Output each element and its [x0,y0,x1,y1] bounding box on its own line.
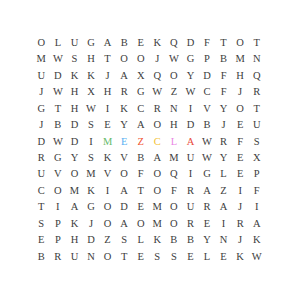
grid-cell-r1c8[interactable]: K [149,35,166,51]
grid-cell-r12c2[interactable]: P [50,216,67,232]
grid-cell-r10c1[interactable]: C [33,183,50,199]
grid-cell-r4c4[interactable]: X [83,84,100,100]
grid-cell-r13c2[interactable]: P [50,232,67,248]
grid-cell-r2c11[interactable]: P [199,51,216,67]
grid-cell-r7c8[interactable]: C [149,134,166,150]
grid-cell-r11c9[interactable]: O [166,199,183,215]
grid-cell-r2c8[interactable]: J [149,51,166,67]
grid-cell-r14c6[interactable]: T [116,249,133,265]
word-search-board: OLUGABEKQDFTOTMWSHTOOJWGPBMNUDKKJAXQOYDF… [33,35,265,265]
grid-cell-r3c8[interactable]: Q [149,68,166,84]
grid-cell-r3c6[interactable]: A [116,68,133,84]
grid-cell-r12c8[interactable]: M [149,216,166,232]
grid-cell-r3c11[interactable]: D [199,68,216,84]
grid-cell-r9c1[interactable]: U [33,166,50,182]
grid-cell-r12c1[interactable]: S [33,216,50,232]
grid-cell-r5c8[interactable]: R [149,101,166,117]
grid-cell-r7c9[interactable]: L [166,134,183,150]
grid-cell-r5c7[interactable]: C [132,101,149,117]
grid-cell-r5c6[interactable]: K [116,101,133,117]
grid-cell-r13c1[interactable]: E [33,232,50,248]
grid-cell-r11c11[interactable]: R [199,199,216,215]
grid-cell-r2c4[interactable]: H [83,51,100,67]
grid-cell-r8c11[interactable]: W [199,150,216,166]
grid-cell-r8c13[interactable]: E [232,150,249,166]
grid-cell-r5c9[interactable]: N [166,101,183,117]
grid-cell-r4c1[interactable]: J [33,84,50,100]
grid-cell-r2c10[interactable]: G [182,51,199,67]
grid-cell-r14c1[interactable]: B [33,249,50,265]
grid-cell-r10c12[interactable]: Z [215,183,232,199]
grid-cell-r1c12[interactable]: T [215,35,232,51]
grid-cell-r3c9[interactable]: O [166,68,183,84]
grid-cell-r14c12[interactable]: E [215,249,232,265]
grid-cell-r5c1[interactable]: G [33,101,50,117]
grid-cell-r14c2[interactable]: R [50,249,67,265]
grid-cell-r6c10[interactable]: D [182,117,199,133]
grid-cell-r13c8[interactable]: K [149,232,166,248]
grid-cell-r13c13[interactable]: J [232,232,249,248]
grid-cell-r12c10[interactable]: R [182,216,199,232]
grid-cell-r9c6[interactable]: O [116,166,133,182]
grid-cell-r11c8[interactable]: M [149,199,166,215]
grid-cell-r9c13[interactable]: E [232,166,249,182]
grid-cell-r9c11[interactable]: G [199,166,216,182]
grid-cell-r6c8[interactable]: O [149,117,166,133]
grid-cell-r2c9[interactable]: W [166,51,183,67]
grid-cell-r2c2[interactable]: W [50,51,67,67]
grid-cell-r1c11[interactable]: F [199,35,216,51]
grid-cell-r6c4[interactable]: S [83,117,100,133]
grid-cell-r9c2[interactable]: V [50,166,67,182]
grid-cell-r6c7[interactable]: A [132,117,149,133]
grid-cell-r4c14[interactable]: R [248,84,265,100]
grid-cell-r1c3[interactable]: U [66,35,83,51]
grid-cell-r14c14[interactable]: W [248,249,265,265]
grid-cell-r12c14[interactable]: A [248,216,265,232]
grid-cell-r7c7[interactable]: Z [132,134,149,150]
grid-cell-r10c9[interactable]: F [166,183,183,199]
grid-cell-r10c11[interactable]: A [199,183,216,199]
grid-cell-r7c10[interactable]: A [182,134,199,150]
grid-cell-r7c14[interactable]: S [248,134,265,150]
grid-cell-r14c13[interactable]: K [232,249,249,265]
grid-cell-r8c8[interactable]: A [149,150,166,166]
grid-cell-r10c14[interactable]: F [248,183,265,199]
grid-cell-r5c3[interactable]: H [66,101,83,117]
grid-cell-r14c8[interactable]: S [149,249,166,265]
grid-cell-r9c8[interactable]: O [149,166,166,182]
grid-cell-r5c2[interactable]: T [50,101,67,117]
grid-cell-r3c5[interactable]: J [99,68,116,84]
grid-cell-r4c9[interactable]: Z [166,84,183,100]
grid-cell-r7c13[interactable]: F [232,134,249,150]
grid-cell-r1c6[interactable]: B [116,35,133,51]
grid-cell-r1c13[interactable]: O [232,35,249,51]
grid-cell-r8c3[interactable]: Y [66,150,83,166]
grid-cell-r13c6[interactable]: S [116,232,133,248]
grid-cell-r10c3[interactable]: M [66,183,83,199]
grid-cell-r7c6[interactable]: E [116,134,133,150]
grid-cell-r14c5[interactable]: O [99,249,116,265]
grid-cell-r5c14[interactable]: T [248,101,265,117]
word-search-page: OLUGABEKQDFTOTMWSHTOOJWGPBMNUDKKJAXQOYDF… [0,0,300,300]
grid-cell-r4c13[interactable]: J [232,84,249,100]
grid-cell-r4c8[interactable]: W [149,84,166,100]
grid-cell-r6c1[interactable]: J [33,117,50,133]
grid-cell-r3c12[interactable]: F [215,68,232,84]
grid-cell-r10c5[interactable]: I [99,183,116,199]
grid-cell-r4c6[interactable]: R [116,84,133,100]
grid-cell-r11c10[interactable]: U [182,199,199,215]
grid-cell-r6c9[interactable]: H [166,117,183,133]
grid-cell-r3c3[interactable]: K [66,68,83,84]
grid-cell-r13c3[interactable]: H [66,232,83,248]
grid-cell-r6c14[interactable]: U [248,117,265,133]
grid-cell-r9c7[interactable]: F [132,166,149,182]
grid-cell-r10c7[interactable]: T [132,183,149,199]
grid-cell-r14c4[interactable]: N [83,249,100,265]
grid-cell-r5c13[interactable]: O [232,101,249,117]
grid-cell-r3c7[interactable]: X [132,68,149,84]
grid-cell-r4c12[interactable]: F [215,84,232,100]
grid-cell-r13c7[interactable]: L [132,232,149,248]
grid-cell-r8c12[interactable]: Y [215,150,232,166]
grid-cell-r7c5[interactable]: M [99,134,116,150]
grid-cell-r1c2[interactable]: L [50,35,67,51]
grid-cell-r13c5[interactable]: Z [99,232,116,248]
grid-cell-r14c11[interactable]: L [199,249,216,265]
grid-cell-r7c4[interactable]: I [83,134,100,150]
grid-cell-r10c4[interactable]: K [83,183,100,199]
grid-cell-r5c4[interactable]: W [83,101,100,117]
grid-cell-r8c9[interactable]: M [166,150,183,166]
grid-cell-r7c11[interactable]: W [199,134,216,150]
grid-cell-r8c6[interactable]: V [116,150,133,166]
grid-cell-r3c10[interactable]: Y [182,68,199,84]
grid-cell-r11c4[interactable]: G [83,199,100,215]
grid-cell-r5c10[interactable]: I [182,101,199,117]
grid-cell-r6c3[interactable]: D [66,117,83,133]
grid-cell-r2c14[interactable]: N [248,51,265,67]
grid-cell-r11c1[interactable]: T [33,199,50,215]
grid-cell-r13c10[interactable]: B [182,232,199,248]
grid-cell-r1c5[interactable]: A [99,35,116,51]
grid-cell-r3c4[interactable]: K [83,68,100,84]
grid-cell-r12c13[interactable]: R [232,216,249,232]
grid-cell-r8c14[interactable]: X [248,150,265,166]
grid-cell-r10c2[interactable]: O [50,183,67,199]
grid-cell-r1c9[interactable]: Q [166,35,183,51]
grid-cell-r2c13[interactable]: M [232,51,249,67]
grid-cell-r11c12[interactable]: A [215,199,232,215]
grid-cell-r14c3[interactable]: U [66,249,83,265]
grid-cell-r12c7[interactable]: O [132,216,149,232]
grid-cell-r7c2[interactable]: W [50,134,67,150]
grid-cell-r12c5[interactable]: O [99,216,116,232]
grid-cell-r4c2[interactable]: W [50,84,67,100]
grid-cell-r11c13[interactable]: J [232,199,249,215]
grid-cell-r4c3[interactable]: H [66,84,83,100]
grid-cell-r2c7[interactable]: O [132,51,149,67]
grid-cell-r1c7[interactable]: E [132,35,149,51]
grid-cell-r9c14[interactable]: P [248,166,265,182]
grid-cell-r7c1[interactable]: D [33,134,50,150]
grid-cell-r3c14[interactable]: Q [248,68,265,84]
grid-cell-r11c2[interactable]: I [50,199,67,215]
grid-cell-r9c9[interactable]: Q [166,166,183,182]
grid-cell-r14c10[interactable]: E [182,249,199,265]
grid-cell-r9c12[interactable]: L [215,166,232,182]
grid-cell-r8c10[interactable]: U [182,150,199,166]
grid-cell-r10c13[interactable]: I [232,183,249,199]
grid-cell-r5c12[interactable]: Y [215,101,232,117]
grid-cell-r11c7[interactable]: E [132,199,149,215]
grid-cell-r2c3[interactable]: S [66,51,83,67]
grid-cell-r14c7[interactable]: E [132,249,149,265]
grid-cell-r2c6[interactable]: O [116,51,133,67]
grid-cell-r13c14[interactable]: K [248,232,265,248]
grid-cell-r12c3[interactable]: K [66,216,83,232]
grid-cell-r11c3[interactable]: A [66,199,83,215]
grid-cell-r4c11[interactable]: C [199,84,216,100]
grid-cell-r1c4[interactable]: G [83,35,100,51]
grid-cell-r7c3[interactable]: D [66,134,83,150]
grid-cell-r4c5[interactable]: H [99,84,116,100]
grid-cell-r6c5[interactable]: E [99,117,116,133]
grid-cell-r14c9[interactable]: S [166,249,183,265]
grid-cell-r6c12[interactable]: J [215,117,232,133]
grid-cell-r10c8[interactable]: O [149,183,166,199]
grid-cell-r13c9[interactable]: B [166,232,183,248]
grid-cell-r11c14[interactable]: I [248,199,265,215]
grid-cell-r12c11[interactable]: E [199,216,216,232]
grid-cell-r1c14[interactable]: T [248,35,265,51]
grid-cell-r8c7[interactable]: B [132,150,149,166]
grid-cell-r3c1[interactable]: U [33,68,50,84]
grid-cell-r2c1[interactable]: M [33,51,50,67]
grid-cell-r10c10[interactable]: R [182,183,199,199]
grid-cell-r8c5[interactable]: K [99,150,116,166]
grid-cell-r10c6[interactable]: A [116,183,133,199]
grid-cell-r9c10[interactable]: I [182,166,199,182]
grid-cell-r11c5[interactable]: O [99,199,116,215]
grid-cell-r1c1[interactable]: O [33,35,50,51]
grid-cell-r2c5[interactable]: T [99,51,116,67]
grid-cell-r13c12[interactable]: N [215,232,232,248]
grid-cell-r11c6[interactable]: D [116,199,133,215]
grid-cell-r2c12[interactable]: B [215,51,232,67]
grid-cell-r8c1[interactable]: R [33,150,50,166]
grid-cell-r3c13[interactable]: H [232,68,249,84]
grid-cell-r6c11[interactable]: B [199,117,216,133]
grid-cell-r5c5[interactable]: I [99,101,116,117]
grid-cell-r5c11[interactable]: V [199,101,216,117]
grid-cell-r13c4[interactable]: D [83,232,100,248]
grid-cell-r4c7[interactable]: G [132,84,149,100]
grid-cell-r12c6[interactable]: A [116,216,133,232]
grid-cell-r12c9[interactable]: O [166,216,183,232]
grid-cell-r8c4[interactable]: S [83,150,100,166]
grid-cell-r1c10[interactable]: D [182,35,199,51]
grid-cell-r8c2[interactable]: G [50,150,67,166]
grid-cell-r6c2[interactable]: B [50,117,67,133]
grid-cell-r12c4[interactable]: J [83,216,100,232]
grid-cell-r3c2[interactable]: D [50,68,67,84]
grid-cell-r13c11[interactable]: Y [199,232,216,248]
grid-cell-r9c3[interactable]: O [66,166,83,182]
grid-cell-r9c4[interactable]: M [83,166,100,182]
grid-cell-r7c12[interactable]: R [215,134,232,150]
grid-cell-r4c10[interactable]: W [182,84,199,100]
grid-cell-r6c13[interactable]: E [232,117,249,133]
grid-cell-r6c6[interactable]: Y [116,117,133,133]
grid-cell-r9c5[interactable]: V [99,166,116,182]
grid-cell-r12c12[interactable]: I [215,216,232,232]
